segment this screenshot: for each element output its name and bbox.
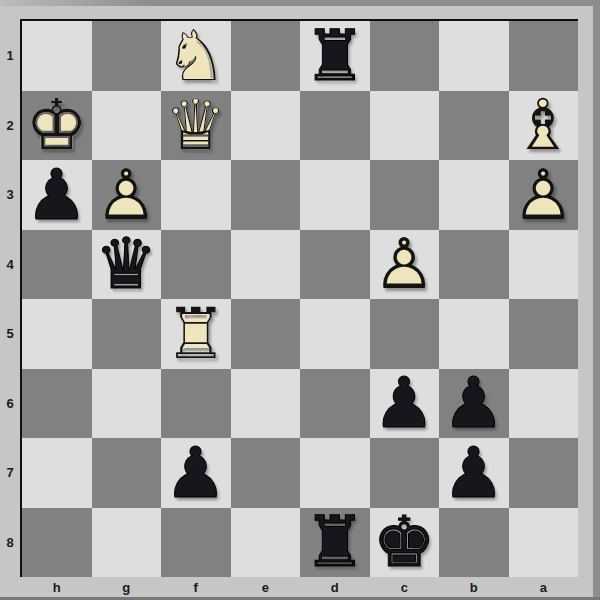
piece-glyph-outline: ♗ (509, 91, 579, 161)
white-queen[interactable]: ♛♕ (161, 91, 231, 161)
piece-glyph-fill: ♞ (161, 21, 231, 91)
black-pawn[interactable]: ♟ (439, 369, 509, 439)
rank-label-4: 4 (0, 230, 20, 300)
rank-label-6: 6 (0, 369, 20, 439)
black-rook[interactable]: ♜ (300, 508, 370, 578)
square-g1[interactable] (92, 21, 162, 91)
piece-glyph-fill: ♜ (300, 21, 370, 91)
square-h3[interactable]: ♟ (22, 160, 92, 230)
file-label-f: f (161, 578, 231, 597)
white-knight[interactable]: ♞♘ (161, 21, 231, 91)
rank-label-1: 1 (0, 21, 20, 91)
piece-glyph-outline: ♙ (370, 230, 440, 300)
rank-label-2: 2 (0, 91, 20, 161)
square-d6[interactable] (300, 369, 370, 439)
square-h8[interactable] (22, 508, 92, 578)
black-rook[interactable]: ♜ (300, 21, 370, 91)
file-label-a: a (509, 578, 579, 597)
piece-glyph-fill: ♚ (370, 508, 440, 578)
piece-glyph-fill: ♛ (92, 230, 162, 300)
square-f2[interactable]: ♛♕ (161, 91, 231, 161)
square-f5[interactable]: ♜♖ (161, 299, 231, 369)
rank-label-5: 5 (0, 299, 20, 369)
square-c4[interactable]: ♟♙ (370, 230, 440, 300)
square-f3[interactable] (161, 160, 231, 230)
frame-edge-top (0, 0, 600, 6)
square-c8[interactable]: ♚ (370, 508, 440, 578)
square-g5[interactable] (92, 299, 162, 369)
piece-glyph-fill: ♟ (22, 160, 92, 230)
square-c7[interactable] (370, 438, 440, 508)
piece-glyph-fill: ♟ (439, 438, 509, 508)
square-e3[interactable] (231, 160, 301, 230)
square-h7[interactable] (22, 438, 92, 508)
piece-glyph-fill: ♜ (161, 299, 231, 369)
square-b5[interactable] (439, 299, 509, 369)
square-d5[interactable] (300, 299, 370, 369)
square-b2[interactable] (439, 91, 509, 161)
square-d2[interactable] (300, 91, 370, 161)
black-king[interactable]: ♚ (370, 508, 440, 578)
piece-glyph-fill: ♟ (92, 160, 162, 230)
piece-glyph-fill: ♛ (161, 91, 231, 161)
square-g3[interactable]: ♟♙ (92, 160, 162, 230)
square-d8[interactable]: ♜ (300, 508, 370, 578)
square-e5[interactable] (231, 299, 301, 369)
square-a8[interactable] (509, 508, 579, 578)
piece-glyph-fill: ♟ (439, 369, 509, 439)
rank-labels: 12345678 (0, 21, 20, 577)
piece-glyph-outline: ♙ (509, 160, 579, 230)
square-g2[interactable] (92, 91, 162, 161)
square-c5[interactable] (370, 299, 440, 369)
square-b3[interactable] (439, 160, 509, 230)
square-b7[interactable]: ♟ (439, 438, 509, 508)
file-label-c: c (370, 578, 440, 597)
square-g6[interactable] (92, 369, 162, 439)
square-a2[interactable]: ♝♗ (509, 91, 579, 161)
square-c2[interactable] (370, 91, 440, 161)
square-b1[interactable] (439, 21, 509, 91)
square-a5[interactable] (509, 299, 579, 369)
square-g4[interactable]: ♛ (92, 230, 162, 300)
piece-glyph-fill: ♟ (161, 438, 231, 508)
square-f8[interactable] (161, 508, 231, 578)
black-pawn[interactable]: ♟ (161, 438, 231, 508)
white-pawn[interactable]: ♟♙ (509, 160, 579, 230)
white-bishop[interactable]: ♝♗ (509, 91, 579, 161)
square-g8[interactable] (92, 508, 162, 578)
white-pawn[interactable]: ♟♙ (370, 230, 440, 300)
square-a6[interactable] (509, 369, 579, 439)
rank-label-8: 8 (0, 508, 20, 578)
chess-diagram-window: 12345678 ♞♘♜♚♔♛♕♝♗♟♟♙♟♙♛♟♙♜♖♟♟♟♟♜♚ hgfed… (0, 0, 600, 600)
black-pawn[interactable]: ♟ (22, 160, 92, 230)
piece-glyph-fill: ♟ (370, 369, 440, 439)
square-a7[interactable] (509, 438, 579, 508)
black-pawn[interactable]: ♟ (439, 438, 509, 508)
black-queen[interactable]: ♛ (92, 230, 162, 300)
square-e4[interactable] (231, 230, 301, 300)
square-c3[interactable] (370, 160, 440, 230)
square-f6[interactable] (161, 369, 231, 439)
square-h1[interactable] (22, 21, 92, 91)
file-label-g: g (92, 578, 162, 597)
piece-glyph-fill: ♟ (370, 230, 440, 300)
file-label-h: h (22, 578, 92, 597)
square-a1[interactable] (509, 21, 579, 91)
square-a3[interactable]: ♟♙ (509, 160, 579, 230)
white-pawn[interactable]: ♟♙ (92, 160, 162, 230)
piece-glyph-outline: ♖ (161, 299, 231, 369)
piece-glyph-outline: ♙ (92, 160, 162, 230)
square-c1[interactable] (370, 21, 440, 91)
file-label-e: e (231, 578, 301, 597)
square-f7[interactable]: ♟ (161, 438, 231, 508)
square-f4[interactable] (161, 230, 231, 300)
square-d3[interactable] (300, 160, 370, 230)
square-h4[interactable] (22, 230, 92, 300)
black-pawn[interactable]: ♟ (370, 369, 440, 439)
square-d7[interactable] (300, 438, 370, 508)
square-f1[interactable]: ♞♘ (161, 21, 231, 91)
square-h2[interactable]: ♚♔ (22, 91, 92, 161)
piece-glyph-fill: ♟ (509, 160, 579, 230)
square-e2[interactable] (231, 91, 301, 161)
rank-label-3: 3 (0, 160, 20, 230)
piece-glyph-outline: ♔ (22, 91, 92, 161)
white-rook[interactable]: ♜♖ (161, 299, 231, 369)
white-king[interactable]: ♚♔ (22, 91, 92, 161)
rank-label-7: 7 (0, 438, 20, 508)
square-d1[interactable]: ♜ (300, 21, 370, 91)
piece-glyph-outline: ♘ (161, 21, 231, 91)
square-d4[interactable] (300, 230, 370, 300)
square-h6[interactable] (22, 369, 92, 439)
file-label-b: b (439, 578, 509, 597)
square-a4[interactable] (509, 230, 579, 300)
square-b8[interactable] (439, 508, 509, 578)
square-e6[interactable] (231, 369, 301, 439)
file-labels: hgfedcba (22, 578, 578, 597)
square-h5[interactable] (22, 299, 92, 369)
square-b6[interactable]: ♟ (439, 369, 509, 439)
square-b4[interactable] (439, 230, 509, 300)
frame-edge-right (593, 0, 600, 600)
file-label-d: d (300, 578, 370, 597)
piece-glyph-fill: ♝ (509, 91, 579, 161)
square-e8[interactable] (231, 508, 301, 578)
piece-glyph-outline: ♕ (161, 91, 231, 161)
board: ♞♘♜♚♔♛♕♝♗♟♟♙♟♙♛♟♙♜♖♟♟♟♟♜♚ (20, 19, 578, 577)
piece-glyph-fill: ♚ (22, 91, 92, 161)
square-e7[interactable] (231, 438, 301, 508)
piece-glyph-fill: ♜ (300, 508, 370, 578)
square-e1[interactable] (231, 21, 301, 91)
square-c6[interactable]: ♟ (370, 369, 440, 439)
square-g7[interactable] (92, 438, 162, 508)
